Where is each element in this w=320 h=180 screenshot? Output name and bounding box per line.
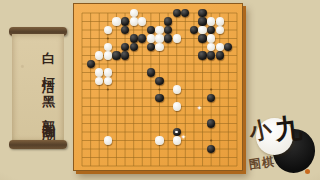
stone-black xyxy=(207,94,215,102)
stone-black xyxy=(224,43,232,51)
player-name-scroll: 白 柯洁 黑 郭闻潮 xyxy=(9,27,67,149)
stone-black xyxy=(121,51,129,59)
stone-white xyxy=(207,34,215,42)
white-player-label: 白 柯洁 xyxy=(16,38,60,73)
stone-black xyxy=(173,9,181,17)
stone-white xyxy=(130,9,138,17)
stone-black xyxy=(198,9,206,17)
stone-black xyxy=(112,51,120,59)
stone-white xyxy=(173,136,181,144)
stone-white xyxy=(104,51,112,59)
stone-white xyxy=(216,17,224,25)
logo-char-xiao: 小 xyxy=(247,117,273,143)
stone-black xyxy=(155,77,163,85)
stone-black xyxy=(121,43,129,51)
stone-black xyxy=(130,34,138,42)
stone-white xyxy=(216,43,224,51)
stone-white xyxy=(104,26,112,34)
stone-white xyxy=(207,17,215,25)
stone-white xyxy=(130,17,138,25)
stone-white xyxy=(155,43,163,51)
stone-white xyxy=(173,34,181,42)
stone-black xyxy=(181,9,189,17)
stone-black xyxy=(121,26,129,34)
stone-black xyxy=(198,51,206,59)
stone-black xyxy=(207,119,215,127)
stone-black xyxy=(138,34,146,42)
stone-black xyxy=(147,26,155,34)
stone-black xyxy=(198,34,206,42)
black-player-label: 黑 郭闻潮 xyxy=(16,73,60,120)
stone-white xyxy=(147,34,155,42)
stone-white xyxy=(173,85,181,93)
stone-white xyxy=(112,17,120,25)
scroll-bottom-roll xyxy=(9,140,67,149)
stone-white xyxy=(155,26,163,34)
stone-white xyxy=(173,102,181,110)
scroll-paper: 白 柯洁 黑 郭闻潮 xyxy=(12,34,64,142)
channel-logo: 小 九 围棋 xyxy=(247,107,319,179)
stone-white xyxy=(207,43,215,51)
stone-black xyxy=(87,60,95,68)
stone-white xyxy=(155,34,163,42)
stone-black xyxy=(164,34,172,42)
sparkle-icon: ✦ xyxy=(197,105,202,111)
stone-black xyxy=(147,68,155,76)
stone-white xyxy=(155,136,163,144)
stone-white xyxy=(104,43,112,51)
stone-white xyxy=(95,77,103,85)
stone-black xyxy=(207,26,215,34)
stone-white xyxy=(104,77,112,85)
stone-white xyxy=(95,51,103,59)
stone-black xyxy=(164,26,172,34)
stone-black xyxy=(173,128,181,136)
stone-black xyxy=(130,43,138,51)
stone-white xyxy=(104,136,112,144)
stone-white xyxy=(216,26,224,34)
sparkle-icon: ✦ xyxy=(181,134,186,140)
thumbnail-canvas: 白 柯洁 黑 郭闻潮 ✦ ✦ 小 九 围棋 xyxy=(0,0,320,180)
stone-black xyxy=(155,94,163,102)
stone-white xyxy=(198,26,206,34)
stone-black xyxy=(164,17,172,25)
stone-layer xyxy=(78,9,242,171)
logo-text-weiqi: 围棋 xyxy=(248,153,276,173)
stone-white xyxy=(138,17,146,25)
stone-white xyxy=(104,68,112,76)
stone-black xyxy=(207,145,215,153)
stone-black xyxy=(147,43,155,51)
logo-char-jiu: 九 xyxy=(274,114,304,144)
stone-white xyxy=(95,68,103,76)
stone-black xyxy=(198,17,206,25)
go-board[interactable]: ✦ ✦ xyxy=(73,3,243,171)
stone-black xyxy=(121,17,129,25)
stone-black xyxy=(190,26,198,34)
stone-black xyxy=(207,51,215,59)
player-names: 白 柯洁 黑 郭闻潮 xyxy=(16,38,60,138)
stone-black xyxy=(216,51,224,59)
seal-dot-icon xyxy=(305,169,310,174)
